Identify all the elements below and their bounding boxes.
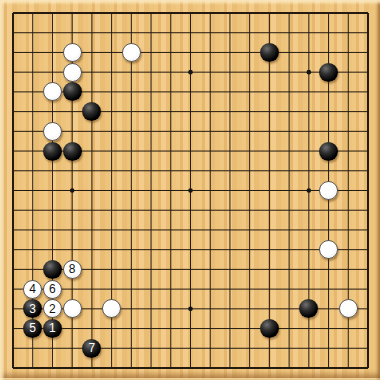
black-stone-O3[interactable]: [260, 319, 279, 338]
intersection-R12: [319, 141, 339, 161]
intersection-E2: 7: [82, 338, 102, 358]
black-stone-C6[interactable]: [43, 260, 62, 279]
white-stone-S4[interactable]: [339, 299, 358, 318]
move-number: 3: [29, 302, 36, 314]
white-stone-B5[interactable]: 4: [23, 280, 42, 299]
black-stone-C3[interactable]: 1: [43, 319, 62, 338]
white-stone-D4[interactable]: [63, 299, 82, 318]
black-stone-D15[interactable]: [63, 82, 82, 101]
intersection-C4: 2: [43, 299, 63, 319]
intersection-R10: [319, 181, 339, 201]
white-stone-R10[interactable]: [319, 181, 338, 200]
intersection-O3: [259, 319, 279, 339]
intersection-D4: [62, 299, 82, 319]
intersection-S4: [338, 299, 358, 319]
intersection-R7: [319, 240, 339, 260]
intersection-B4: 3: [23, 299, 43, 319]
white-stone-R7[interactable]: [319, 240, 338, 259]
white-stone-C5[interactable]: 6: [43, 280, 62, 299]
stones-layer: 84632517: [3, 3, 378, 378]
white-stone-G17[interactable]: [122, 43, 141, 62]
move-number: 4: [29, 283, 36, 295]
intersection-D15: [62, 82, 82, 102]
move-number: 2: [49, 302, 56, 314]
intersection-C6: [43, 259, 63, 279]
black-stone-O17[interactable]: [260, 43, 279, 62]
move-number: 6: [49, 283, 56, 295]
move-number: 5: [29, 322, 36, 334]
go-board[interactable]: 84632517: [0, 0, 380, 380]
intersection-B3: 5: [23, 319, 43, 339]
intersection-D17: [62, 43, 82, 63]
move-number: 1: [49, 322, 56, 334]
move-number: 7: [89, 342, 96, 354]
black-stone-C12[interactable]: [43, 142, 62, 161]
intersection-D16: [62, 62, 82, 82]
intersection-C13: [43, 121, 63, 141]
black-stone-B3[interactable]: 5: [23, 319, 42, 338]
intersection-B5: 4: [23, 279, 43, 299]
intersection-D6: 8: [62, 259, 82, 279]
white-stone-C13[interactable]: [43, 122, 62, 141]
black-stone-E14[interactable]: [82, 102, 101, 121]
intersection-G17: [121, 43, 141, 63]
intersection-C15: [43, 82, 63, 102]
intersection-R16: [319, 62, 339, 82]
black-stone-R16[interactable]: [319, 63, 338, 82]
white-stone-C4[interactable]: 2: [43, 299, 62, 318]
move-number: 8: [69, 263, 76, 275]
intersection-C12: [43, 141, 63, 161]
black-stone-D12[interactable]: [63, 142, 82, 161]
black-stone-E2[interactable]: 7: [82, 339, 101, 358]
white-stone-F4[interactable]: [102, 299, 121, 318]
intersection-C5: 6: [43, 279, 63, 299]
intersection-Q4: [299, 299, 319, 319]
white-stone-D6[interactable]: 8: [63, 260, 82, 279]
black-stone-R12[interactable]: [319, 142, 338, 161]
intersection-C3: 1: [43, 319, 63, 339]
intersection-D12: [62, 141, 82, 161]
white-stone-D16[interactable]: [63, 63, 82, 82]
black-stone-B4[interactable]: 3: [23, 299, 42, 318]
white-stone-D17[interactable]: [63, 43, 82, 62]
black-stone-Q4[interactable]: [299, 299, 318, 318]
intersection-O17: [259, 43, 279, 63]
intersection-E14: [82, 102, 102, 122]
white-stone-C15[interactable]: [43, 82, 62, 101]
intersection-F4: [102, 299, 122, 319]
